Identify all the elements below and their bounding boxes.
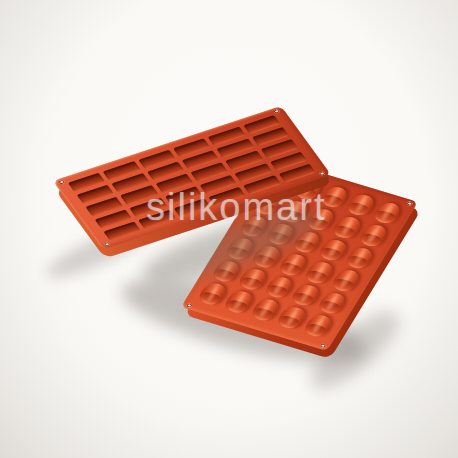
mold-bump <box>237 267 270 292</box>
flange-hole <box>103 242 110 247</box>
mold-bump <box>345 192 378 217</box>
mold-bump <box>331 215 364 240</box>
mold-bump <box>317 237 350 262</box>
mold-bump <box>223 289 256 314</box>
mold-bump <box>371 200 404 225</box>
mold-bump <box>330 268 363 293</box>
mold-bump <box>276 305 309 330</box>
mold-bump <box>290 283 323 308</box>
mold-bump <box>357 223 390 248</box>
flange-hole <box>406 201 413 206</box>
mold-bump <box>197 281 230 306</box>
photo-canvas: silikomart <box>0 0 458 458</box>
watermark-text: silikomart <box>146 188 326 226</box>
flange-hole <box>186 303 193 308</box>
mold-bump <box>277 252 310 277</box>
flange-hole <box>58 180 65 185</box>
mold-bump <box>263 275 296 300</box>
mold-bump <box>344 245 377 270</box>
flange-hole <box>318 171 325 176</box>
mold-bump <box>302 313 335 338</box>
mold-bump <box>316 291 349 316</box>
mold-bump <box>303 260 336 285</box>
flange-hole <box>319 343 326 348</box>
mold-bump <box>250 297 283 322</box>
flange-hole <box>273 109 280 114</box>
